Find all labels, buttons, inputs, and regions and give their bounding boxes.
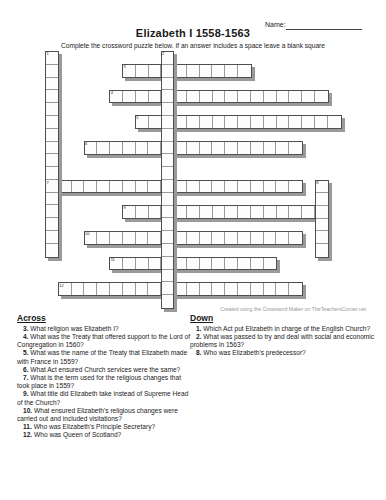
cell-r2-c12[interactable] — [187, 65, 200, 77]
across-clues-list: 3. What religion was Elizabeth I?4. What… — [17, 325, 194, 440]
cell-r2-c8[interactable] — [136, 65, 149, 77]
cell-r8-c8[interactable] — [136, 142, 149, 154]
down-clues-list: 1. Which Act put Elizabeth in charge of … — [190, 325, 376, 358]
clue-8: 8. Who was Elizabeth's predecessor? — [190, 349, 376, 357]
cell-r11-c9[interactable] — [148, 181, 161, 193]
cell-number-3: 3 — [124, 65, 126, 69]
cell-r11-c15[interactable] — [225, 181, 238, 193]
cell-r6-c1[interactable] — [46, 116, 58, 129]
cell-number-10: 10 — [85, 232, 89, 236]
cell-r7-c10[interactable] — [162, 129, 174, 142]
cell-r11-c11[interactable] — [174, 181, 187, 193]
cell-r17-c14[interactable] — [212, 258, 225, 270]
cell-r19-c19[interactable] — [276, 283, 289, 295]
cell-r8-c6[interactable] — [110, 142, 123, 154]
down-clues-section: Down 1. Which Act put Elizabeth in charg… — [190, 314, 376, 358]
crossword-grid: 345679101112128 — [45, 51, 342, 309]
cell-number-4: 4 — [111, 91, 113, 95]
cell-r4-c12[interactable] — [187, 91, 200, 103]
cell-r13-c21[interactable] — [302, 206, 315, 218]
across-heading: Across — [17, 314, 194, 322]
cell-r13-c11[interactable] — [174, 206, 187, 218]
clue-4: 4. What was the Treaty that offered supp… — [17, 333, 194, 349]
clue-7: 7. What is the term used for the religio… — [17, 374, 194, 390]
word-strip-2-down — [161, 51, 175, 309]
cell-number-2: 2 — [162, 52, 164, 56]
cell-r13-c13[interactable] — [200, 206, 213, 218]
cell-r13-c18[interactable] — [264, 206, 277, 218]
cell-r6-c22[interactable] — [315, 116, 328, 128]
cell-r13-c15[interactable] — [225, 206, 238, 218]
cell-r9-c1[interactable] — [46, 154, 58, 167]
cell-r11-c5[interactable] — [97, 181, 110, 193]
cell-number-12: 12 — [59, 284, 63, 288]
cell-r17-c8[interactable] — [136, 258, 149, 270]
cell-r5-c1[interactable] — [46, 103, 58, 116]
cell-r15-c16[interactable] — [238, 232, 251, 244]
cell-r6-c20[interactable] — [289, 116, 302, 128]
cell-r13-c22[interactable] — [316, 206, 328, 219]
cell-r17-c7[interactable] — [123, 258, 136, 270]
cell-r13-c1[interactable] — [46, 205, 58, 218]
cell-r8-c13[interactable] — [200, 142, 213, 154]
cell-r6-c13[interactable] — [200, 116, 213, 128]
cell-r4-c18[interactable] — [264, 91, 277, 103]
cell-r8-c18[interactable] — [264, 142, 277, 154]
cell-r4-c14[interactable] — [213, 91, 226, 103]
cell-r19-c18[interactable] — [264, 283, 277, 295]
cell-r19-c14[interactable] — [212, 283, 225, 295]
cell-number-11: 11 — [111, 258, 115, 262]
cell-r15-c6[interactable] — [110, 232, 123, 244]
clue-10: 10. What ensured Elizabeth's religious c… — [17, 407, 194, 423]
cell-r6-c14[interactable] — [213, 116, 226, 128]
instructions: Complete the crossword puzzle below. If … — [0, 42, 386, 49]
cell-r11-c19[interactable] — [276, 181, 289, 193]
cell-r17-c18[interactable] — [264, 258, 277, 270]
cell-r2-c13[interactable] — [200, 65, 213, 77]
cell-r4-c19[interactable] — [277, 91, 290, 103]
cell-r11-c7[interactable] — [123, 181, 136, 193]
cell-r19-c10[interactable] — [162, 282, 174, 295]
worksheet-page: Name: Elizabeth I 1558-1563 Complete the… — [0, 0, 386, 500]
cell-number-9: 9 — [124, 206, 126, 210]
cell-r11-c2[interactable] — [59, 181, 72, 193]
cell-r15-c14[interactable] — [212, 232, 225, 244]
cell-r4-c20[interactable] — [289, 91, 302, 103]
cell-r5-c10[interactable] — [162, 103, 174, 116]
cell-r14-c22[interactable] — [316, 219, 328, 232]
cell-r2-c14[interactable] — [212, 65, 225, 77]
cell-r17-c12[interactable] — [187, 258, 200, 270]
cell-r4-c1[interactable] — [46, 90, 58, 103]
cell-r12-c1[interactable] — [46, 193, 58, 206]
cell-r13-c8[interactable] — [136, 206, 149, 218]
cell-number-5: 5 — [136, 116, 138, 120]
cell-r8-c9[interactable] — [148, 142, 161, 154]
word-strip-3-across — [122, 64, 252, 78]
cell-r19-c13[interactable] — [200, 283, 213, 295]
cell-r8-c7[interactable] — [123, 142, 136, 154]
word-strip-10-across — [84, 231, 303, 245]
cell-r11-c3[interactable] — [72, 181, 85, 193]
cell-r4-c16[interactable] — [238, 91, 251, 103]
cell-r4-c21[interactable] — [302, 91, 315, 103]
cell-r9-c10[interactable] — [162, 154, 174, 167]
cell-r6-c12[interactable] — [187, 116, 200, 128]
cell-r15-c19[interactable] — [276, 232, 289, 244]
clue-1: 1. Which Act put Elizabeth in charge of … — [190, 325, 376, 333]
cell-r15-c7[interactable] — [123, 232, 136, 244]
cell-r18-c10[interactable] — [162, 270, 174, 283]
cell-r20-c10[interactable] — [162, 295, 174, 308]
word-strip-12-across — [58, 282, 303, 296]
cell-r17-c17[interactable] — [251, 258, 264, 270]
cell-r14-c1[interactable] — [46, 218, 58, 231]
cell-r8-c15[interactable] — [225, 142, 238, 154]
cell-r6-c23[interactable] — [328, 116, 341, 128]
clue-5: 5. What was the name of the Treaty that … — [17, 349, 194, 365]
clue-6: 6. What Act ensured Church services were… — [17, 366, 194, 374]
cell-r11-c13[interactable] — [200, 181, 213, 193]
cell-r8-c16[interactable] — [238, 142, 251, 154]
attribution: Created using the Crossword Maker on The… — [220, 306, 366, 312]
cell-r19-c8[interactable] — [136, 283, 149, 295]
cell-r4-c11[interactable] — [174, 91, 187, 103]
cell-r13-c20[interactable] — [289, 206, 302, 218]
cell-r13-c12[interactable] — [187, 206, 200, 218]
cell-r3-c10[interactable] — [162, 78, 174, 91]
cell-r11-c4[interactable] — [84, 181, 97, 193]
cell-r8-c14[interactable] — [212, 142, 225, 154]
cell-r6-c16[interactable] — [238, 116, 251, 128]
cell-r19-c11[interactable] — [174, 283, 187, 295]
cell-r19-c5[interactable] — [97, 283, 110, 295]
cell-r19-c12[interactable] — [187, 283, 200, 295]
cell-r3-c1[interactable] — [46, 78, 58, 91]
cell-r8-c10[interactable] — [162, 142, 174, 155]
word-strip-4-across — [109, 90, 328, 104]
cell-r19-c17[interactable] — [251, 283, 264, 295]
cell-r13-c19[interactable] — [277, 206, 290, 218]
cell-r4-c9[interactable] — [149, 91, 162, 103]
cell-r17-c15[interactable] — [225, 258, 238, 270]
cell-r11-c6[interactable] — [110, 181, 123, 193]
cell-r19-c9[interactable] — [148, 283, 161, 295]
cell-number-7: 7 — [46, 181, 48, 185]
cell-r15-c12[interactable] — [187, 232, 200, 244]
cell-r4-c22[interactable] — [315, 91, 328, 103]
cell-r15-c20[interactable] — [289, 232, 302, 244]
cell-r17-c11[interactable] — [174, 258, 187, 270]
cell-r2-c1[interactable] — [46, 65, 58, 78]
cell-r15-c17[interactable] — [251, 232, 264, 244]
cell-r15-c18[interactable] — [264, 232, 277, 244]
cell-r4-c13[interactable] — [200, 91, 213, 103]
word-strip-1-down — [45, 51, 59, 258]
cell-r19-c16[interactable] — [238, 283, 251, 295]
cell-r6-c18[interactable] — [264, 116, 277, 128]
cell-r16-c10[interactable] — [162, 244, 174, 257]
cell-r11-c16[interactable] — [238, 181, 251, 193]
cell-r4-c7[interactable] — [123, 91, 136, 103]
cell-r11-c20[interactable] — [289, 181, 302, 193]
cell-r8-c20[interactable] — [289, 142, 302, 154]
cell-r8-c19[interactable] — [276, 142, 289, 154]
cell-r11-c12[interactable] — [187, 181, 200, 193]
clue-2: 2. What was passed to try and deal with … — [190, 333, 376, 349]
cell-number-1: 1 — [46, 52, 48, 56]
cell-r2-c11[interactable] — [174, 65, 187, 77]
cell-r13-c14[interactable] — [213, 206, 226, 218]
clue-12: 12. Who was Queen of Scotland? — [17, 431, 194, 439]
cell-r7-c1[interactable] — [46, 129, 58, 142]
cell-r17-c9[interactable] — [149, 258, 162, 270]
cell-r15-c8[interactable] — [136, 232, 149, 244]
cell-r17-c10[interactable] — [162, 257, 174, 270]
word-strip-11-across — [109, 257, 277, 271]
cell-r2-c16[interactable] — [238, 65, 251, 77]
cell-r11-c17[interactable] — [251, 181, 264, 193]
word-strip-6-across — [84, 141, 303, 155]
cell-r6-c15[interactable] — [225, 116, 238, 128]
cell-r11-c14[interactable] — [212, 181, 225, 193]
cell-number-6: 6 — [85, 142, 87, 146]
cell-r19-c20[interactable] — [289, 283, 302, 295]
cell-r4-c15[interactable] — [225, 91, 238, 103]
cell-r19-c15[interactable] — [225, 283, 238, 295]
across-clues-section: Across 3. What religion was Elizabeth I?… — [17, 314, 194, 440]
cell-r11-c8[interactable] — [136, 181, 149, 193]
cell-r2-c10[interactable] — [162, 65, 174, 78]
cell-r8-c17[interactable] — [251, 142, 264, 154]
cell-r12-c22[interactable] — [316, 193, 328, 206]
page-title: Elizabeth I 1558-1563 — [0, 27, 386, 39]
cell-r4-c10[interactable] — [162, 90, 174, 103]
cell-number-8: 8 — [316, 181, 318, 185]
clue-3: 3. What religion was Elizabeth I? — [17, 325, 194, 333]
cell-r2-c15[interactable] — [225, 65, 238, 77]
cell-r14-c10[interactable] — [162, 218, 174, 231]
word-strip-8-down — [315, 180, 329, 258]
cell-r15-c9[interactable] — [148, 232, 161, 244]
cell-r19-c6[interactable] — [110, 283, 123, 295]
cell-r15-c11[interactable] — [174, 232, 187, 244]
cell-r15-c22[interactable] — [316, 231, 328, 244]
cell-r16-c22[interactable] — [316, 244, 328, 257]
cell-r10-c10[interactable] — [162, 167, 174, 180]
cell-r4-c17[interactable] — [251, 91, 264, 103]
cell-r8-c11[interactable] — [174, 142, 187, 154]
cell-r10-c1[interactable] — [46, 167, 58, 180]
cell-r15-c15[interactable] — [225, 232, 238, 244]
cell-r15-c1[interactable] — [46, 231, 58, 244]
clue-11: 11. Who was Elizabeth's Principle Secret… — [17, 423, 194, 431]
cell-r13-c17[interactable] — [251, 206, 264, 218]
cell-r13-c10[interactable] — [162, 206, 174, 219]
cell-r4-c8[interactable] — [136, 91, 149, 103]
cell-r6-c19[interactable] — [277, 116, 290, 128]
cell-r11-c18[interactable] — [264, 181, 277, 193]
down-heading: Down — [190, 314, 376, 322]
cell-r11-c10[interactable] — [162, 180, 174, 193]
clue-9: 9. What title did Elizabeth take instead… — [17, 390, 194, 406]
cell-r8-c12[interactable] — [187, 142, 200, 154]
cell-r17-c13[interactable] — [200, 258, 213, 270]
cell-r13-c9[interactable] — [149, 206, 162, 218]
cell-r19-c7[interactable] — [123, 283, 136, 295]
cell-r16-c1[interactable] — [46, 244, 58, 257]
cell-r17-c16[interactable] — [238, 258, 251, 270]
cell-r6-c10[interactable] — [162, 116, 174, 129]
word-strip-9-across — [122, 205, 329, 219]
cell-r12-c10[interactable] — [162, 193, 174, 206]
cell-r6-c9[interactable] — [149, 116, 162, 128]
cell-r8-c5[interactable] — [97, 142, 110, 154]
cell-r15-c5[interactable] — [97, 232, 110, 244]
cell-r2-c9[interactable] — [149, 65, 162, 77]
cell-r6-c21[interactable] — [302, 116, 315, 128]
cell-r19-c4[interactable] — [84, 283, 97, 295]
cell-r8-c1[interactable] — [46, 142, 58, 155]
cell-r6-c11[interactable] — [174, 116, 187, 128]
cell-r15-c10[interactable] — [162, 231, 174, 244]
cell-r13-c16[interactable] — [238, 206, 251, 218]
cell-r19-c3[interactable] — [72, 283, 85, 295]
cell-r15-c13[interactable] — [200, 232, 213, 244]
cell-r6-c17[interactable] — [251, 116, 264, 128]
